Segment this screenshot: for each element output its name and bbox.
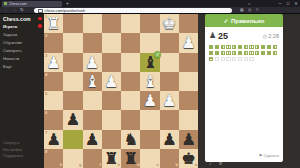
extensions-icon[interactable]: ▦ [240, 7, 244, 14]
chess-board: ♜1♚2♟♟3♟♝✓4♝♟♝5♟♟6♟♟7♟♞♟♟8hgf♜e♜dcb♚a [44, 14, 198, 168]
solved-puzzle-square [226, 51, 230, 55]
pending-puzzle-square [238, 57, 242, 61]
correct-banner: ✓ Правильно [205, 14, 283, 27]
square-e2[interactable] [102, 33, 121, 52]
square-a8[interactable]: ♚a [179, 149, 198, 168]
sidebar-item-6[interactable]: Ещё [3, 64, 43, 69]
square-h7[interactable]: ♟7 [44, 130, 63, 149]
square-h1[interactable]: ♜1 [44, 14, 63, 33]
pending-puzzle-square [249, 57, 253, 61]
solved-puzzle-square [238, 45, 242, 49]
solved-puzzle-square [267, 45, 271, 49]
pending-puzzle-square [244, 57, 248, 61]
white-pawn-a2[interactable]: ♟ [179, 33, 198, 52]
sound-icon[interactable]: ♪ [209, 161, 212, 166]
square-a6[interactable] [179, 110, 198, 129]
sidebar-footer-link-3[interactable]: Поддержка [3, 154, 23, 158]
site-logo[interactable]: Chess.com [3, 16, 31, 22]
square-a3[interactable] [179, 53, 198, 72]
square-a7[interactable]: ♟ [179, 130, 198, 149]
square-a4[interactable] [179, 72, 198, 91]
square-b7[interactable]: ♟ [160, 130, 179, 149]
square-g6[interactable]: ♟ [63, 110, 82, 129]
puzzle-rush-card: ♟ 25 ◷ 2:28 ♪ ⚙ ⚑ Сдаться [205, 27, 283, 162]
solved-puzzle-square [221, 45, 225, 49]
solved-puzzle-square [255, 45, 259, 49]
solved-puzzle-square [249, 51, 253, 55]
notification-badge [38, 17, 42, 21]
solved-puzzle-square [232, 45, 236, 49]
rank-coordinate: 1 [45, 15, 47, 19]
solved-puzzle-square [209, 51, 213, 55]
flag-icon: ⚑ [259, 153, 263, 158]
pawn-icon: ♟ [209, 30, 216, 41]
file-coordinate: e [118, 163, 120, 167]
square-d5[interactable] [121, 91, 140, 110]
pending-puzzle-square [226, 57, 230, 61]
solved-puzzle-square [244, 45, 248, 49]
forward-button[interactable]: → [12, 7, 16, 14]
square-c8[interactable]: c [140, 149, 159, 168]
square-d1[interactable] [121, 14, 140, 33]
browser-tab-bar: Chess.com + ˅ ─ □ ✕ [0, 0, 300, 7]
square-c2[interactable] [140, 33, 159, 52]
black-knight-d7[interactable]: ♞ [121, 130, 140, 149]
solved-puzzle-square [209, 45, 213, 49]
rank-coordinate: 2 [45, 34, 47, 38]
square-f1[interactable] [83, 14, 102, 33]
pending-puzzle-square [232, 57, 236, 61]
black-pawn-a7[interactable]: ♟ [179, 130, 198, 149]
lock-icon [38, 9, 43, 13]
square-e8[interactable]: ♜e [102, 149, 121, 168]
square-f8[interactable]: f [83, 149, 102, 168]
square-h6[interactable]: 6 [44, 110, 63, 129]
square-d6[interactable] [121, 110, 140, 129]
white-pawn-e4[interactable]: ♟ [102, 72, 121, 91]
square-h3[interactable]: ♟3 [44, 53, 63, 72]
square-g5[interactable] [63, 91, 82, 110]
square-f4[interactable]: ♝ [83, 72, 102, 91]
window-close-button[interactable]: ✕ [292, 0, 300, 7]
sidebar-item-4[interactable]: Смотреть [3, 48, 43, 53]
square-b3[interactable] [160, 53, 179, 72]
square-e3[interactable] [102, 53, 121, 72]
window-minimize-button[interactable]: ─ [276, 0, 284, 7]
square-d2[interactable] [121, 33, 140, 52]
url-text: chess.com/puzzles/rush [45, 9, 86, 13]
square-c5[interactable]: ♟ [140, 91, 159, 110]
rank-coordinate: 3 [45, 54, 47, 58]
rank-coordinate: 6 [45, 111, 47, 115]
white-pawn-b5[interactable]: ♟ [160, 91, 179, 110]
square-c7[interactable] [140, 130, 159, 149]
tab-title: Chess.com [9, 2, 27, 6]
rank-coordinate: 7 [45, 131, 47, 135]
account-icon[interactable]: ◎ [248, 7, 251, 14]
window-maximize-button[interactable]: □ [284, 0, 292, 7]
sidebar-item-3[interactable]: Обучение [3, 40, 43, 45]
tab-favicon [4, 2, 7, 5]
square-d3[interactable] [121, 53, 140, 72]
solved-puzzle-square [249, 45, 253, 49]
browser-tab[interactable]: Chess.com [2, 1, 62, 7]
square-c6[interactable] [140, 110, 159, 129]
square-d7[interactable]: ♞ [121, 130, 140, 149]
card-bottom-bar: ♪ ⚙ ⚑ Сдаться [209, 151, 279, 158]
square-f6[interactable] [83, 110, 102, 129]
solved-puzzle-square [238, 51, 242, 55]
url-bar[interactable]: chess.com/puzzles/rush [34, 8, 232, 13]
square-a5[interactable] [179, 91, 198, 110]
rank-coordinate: 8 [45, 150, 47, 154]
end-run-button[interactable]: ⚑ Сдаться [259, 153, 279, 158]
menu-icon[interactable]: ≡ [256, 7, 259, 14]
square-h5[interactable]: 5 [44, 91, 63, 110]
solved-puzzle-square [261, 45, 265, 49]
square-e5[interactable] [102, 91, 121, 110]
back-button[interactable]: ← [4, 7, 8, 14]
sidebar: Chess.com ИгратьЗадачиОбучениеСмотретьНо… [0, 14, 44, 168]
score-value: 25 [218, 31, 228, 41]
solved-puzzle-square [215, 45, 219, 49]
square-e7[interactable] [102, 130, 121, 149]
solved-puzzles-grid [209, 45, 280, 61]
solved-puzzle-square [273, 51, 277, 55]
square-b1[interactable]: ♚ [160, 14, 179, 33]
white-bishop-c4[interactable]: ♝ [140, 72, 159, 91]
sidebar-footer-link-1[interactable]: Свернуть [3, 141, 20, 145]
sidebar-item-badge [38, 24, 42, 28]
square-f7[interactable]: ♟ [83, 130, 102, 149]
square-f5[interactable] [83, 91, 102, 110]
sidebar-footer-link-2[interactable]: Настройки [3, 148, 22, 152]
new-tab-button[interactable]: + [66, 0, 69, 7]
square-b8[interactable]: b [160, 149, 179, 168]
square-g2[interactable] [63, 33, 82, 52]
tab-list-caret-icon[interactable]: ˅ [248, 0, 250, 7]
file-coordinate: g [79, 163, 82, 167]
timer: ◷ 2:28 [262, 33, 279, 39]
end-run-label: Сдаться [264, 153, 279, 158]
reload-button[interactable]: ↻ [20, 7, 24, 14]
score-row: ♟ 25 ◷ 2:28 [209, 30, 279, 42]
file-coordinate: f [99, 163, 100, 167]
black-pawn-f7[interactable]: ♟ [83, 130, 102, 149]
solved-puzzle-square [267, 51, 271, 55]
rank-coordinate: 5 [45, 92, 47, 96]
square-g8[interactable]: g [63, 149, 82, 168]
solved-puzzle-square [232, 51, 236, 55]
square-a1[interactable] [179, 14, 198, 33]
correct-move-check-badge: ✓ [154, 51, 161, 58]
square-e4[interactable]: ♟ [102, 72, 121, 91]
square-g7[interactable] [63, 130, 82, 149]
white-pawn-f3[interactable]: ♟ [83, 53, 102, 72]
check-icon: ✓ [223, 17, 228, 24]
square-b4[interactable] [160, 72, 179, 91]
sidebar-item-1[interactable]: Играть [3, 24, 43, 29]
square-d8[interactable]: ♜d [121, 149, 140, 168]
clock-icon: ◷ [262, 33, 266, 39]
browser-window: Chess.com + ˅ ─ □ ✕ ← → ↻ chess.com/puzz… [0, 0, 300, 168]
file-coordinate: b [176, 163, 179, 167]
white-king-b1[interactable]: ♚ [160, 14, 179, 33]
black-pawn-g6[interactable]: ♟ [63, 110, 82, 129]
square-g4[interactable] [63, 72, 82, 91]
square-h8[interactable]: 8h [44, 149, 63, 168]
solved-puzzle-square [215, 51, 219, 55]
black-pawn-b7[interactable]: ♟ [160, 130, 179, 149]
square-g1[interactable] [63, 14, 82, 33]
square-h2[interactable]: 2 [44, 33, 63, 52]
solved-puzzle-square [255, 51, 259, 55]
file-coordinate: d [137, 163, 140, 167]
solved-puzzle-square [244, 51, 248, 55]
file-coordinate: c [156, 163, 158, 167]
file-coordinate: h [60, 163, 63, 167]
square-g3[interactable] [63, 53, 82, 72]
correct-banner-label: Правильно [231, 18, 264, 24]
solved-puzzle-square [226, 45, 230, 49]
square-b6[interactable] [160, 110, 179, 129]
square-b2[interactable] [160, 33, 179, 52]
white-bishop-f4[interactable]: ♝ [83, 72, 102, 91]
sidebar-item-2[interactable]: Задачи [3, 32, 43, 37]
solved-puzzle-square [209, 57, 213, 61]
square-f2[interactable] [83, 33, 102, 52]
square-c3[interactable]: ♝✓ [140, 53, 159, 72]
square-b5[interactable]: ♟ [160, 91, 179, 110]
sidebar-item-5[interactable]: Новости [3, 56, 43, 61]
square-d4[interactable] [121, 72, 140, 91]
rank-coordinate: 4 [45, 73, 47, 77]
square-h4[interactable]: 4 [44, 72, 63, 91]
square-f3[interactable]: ♟ [83, 53, 102, 72]
pending-puzzle-square [215, 57, 219, 61]
white-pawn-c5[interactable]: ♟ [140, 91, 159, 110]
square-e6[interactable] [102, 110, 121, 129]
file-coordinate: a [195, 163, 197, 167]
pending-puzzle-square [221, 57, 225, 61]
square-a2[interactable]: ♟ [179, 33, 198, 52]
square-e1[interactable] [102, 14, 121, 33]
solved-puzzle-square [221, 51, 225, 55]
timer-value: 2:28 [268, 33, 279, 39]
settings-gear-icon[interactable]: ⚙ [218, 161, 222, 166]
solved-puzzle-square [273, 45, 277, 49]
square-c1[interactable] [140, 14, 159, 33]
square-c4[interactable]: ♝ [140, 72, 159, 91]
solved-puzzle-square [261, 51, 265, 55]
